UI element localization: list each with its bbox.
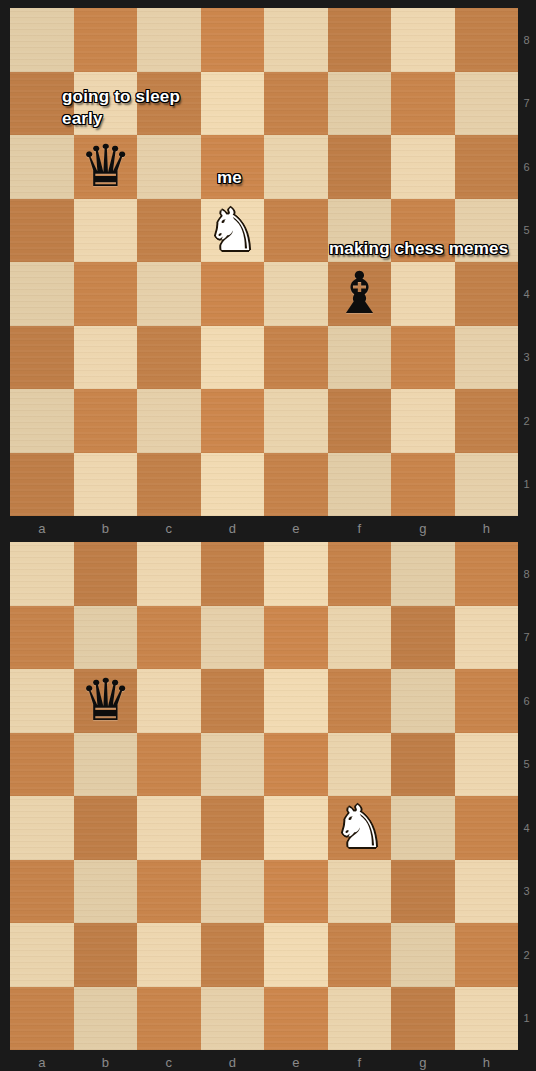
square-g2[interactable] [391,389,455,453]
square-e7[interactable] [264,606,328,670]
rank-label-3: 3 [517,326,536,390]
square-a3[interactable] [10,326,74,390]
white-knight-f4[interactable]: ♞ [328,795,392,859]
square-d2[interactable] [201,923,265,987]
square-h3[interactable] [455,326,519,390]
meme-caption-top-2: making chess memes [329,238,529,260]
file-label-h: h [455,518,519,542]
chess-board-top [10,8,518,516]
square-g8[interactable] [391,8,455,72]
square-a6[interactable] [10,669,74,733]
square-f3[interactable] [328,326,392,390]
square-h2[interactable] [455,923,519,987]
file-label-g: g [391,518,455,542]
square-c4[interactable] [137,796,201,860]
square-b7[interactable] [74,606,138,670]
square-d6[interactable] [201,669,265,733]
square-c6[interactable] [137,135,201,199]
file-label-d: d [201,1052,265,1071]
square-e1[interactable] [264,987,328,1051]
square-f2[interactable] [328,389,392,453]
square-g5[interactable] [391,733,455,797]
rank-label-6: 6 [517,669,536,733]
file-label-f: f [328,1052,392,1071]
square-d5[interactable] [201,733,265,797]
rank-label-2: 2 [517,923,536,987]
file-coordinates-top: abcdefgh [10,518,518,542]
square-d4[interactable] [201,796,265,860]
square-b1[interactable] [74,987,138,1051]
square-e3[interactable] [264,860,328,924]
rank-label-2: 2 [517,389,536,453]
square-e5[interactable] [264,199,328,263]
square-a2[interactable] [10,923,74,987]
square-b4[interactable] [74,262,138,326]
file-label-a: a [10,1052,74,1071]
file-label-a: a [10,518,74,542]
rank-label-1: 1 [517,987,536,1051]
square-b3[interactable] [74,326,138,390]
square-e8[interactable] [264,8,328,72]
square-a8[interactable] [10,8,74,72]
square-g3[interactable] [391,326,455,390]
square-b5[interactable] [74,199,138,263]
rank-label-4: 4 [517,262,536,326]
square-h3[interactable] [455,860,519,924]
square-e4[interactable] [264,796,328,860]
square-f1[interactable] [328,987,392,1051]
square-a1[interactable] [10,453,74,517]
square-h8[interactable] [455,542,519,606]
file-label-d: d [201,518,265,542]
square-g1[interactable] [391,453,455,517]
square-h6[interactable] [455,135,519,199]
square-f6[interactable] [328,669,392,733]
square-a2[interactable] [10,389,74,453]
file-label-h: h [455,1052,519,1071]
square-c5[interactable] [137,199,201,263]
square-e7[interactable] [264,72,328,136]
black-queen-b6[interactable]: ♛ [74,134,138,198]
square-g8[interactable] [391,542,455,606]
file-label-e: e [264,1052,328,1071]
square-c2[interactable] [137,389,201,453]
square-e8[interactable] [264,542,328,606]
square-h1[interactable] [455,453,519,517]
square-a6[interactable] [10,135,74,199]
rank-label-7: 7 [517,606,536,670]
black-bishop-f4[interactable]: ♝ [328,261,392,325]
square-b3[interactable] [74,860,138,924]
square-d3[interactable] [201,326,265,390]
square-e6[interactable] [264,669,328,733]
square-d8[interactable] [201,8,265,72]
square-c8[interactable] [137,542,201,606]
square-h7[interactable] [455,606,519,670]
file-coordinates-bottom: abcdefgh [10,1052,518,1071]
square-g7[interactable] [391,606,455,670]
square-d2[interactable] [201,389,265,453]
square-g6[interactable] [391,669,455,733]
square-g3[interactable] [391,860,455,924]
square-h7[interactable] [455,72,519,136]
square-c8[interactable] [137,8,201,72]
rank-label-3: 3 [517,860,536,924]
square-e1[interactable] [264,453,328,517]
square-b5[interactable] [74,733,138,797]
square-a5[interactable] [10,199,74,263]
square-f7[interactable] [328,606,392,670]
square-d1[interactable] [201,453,265,517]
meme-caption-top-1: me [217,167,277,189]
square-c1[interactable] [137,453,201,517]
square-g1[interactable] [391,987,455,1051]
square-g4[interactable] [391,262,455,326]
square-d7[interactable] [201,606,265,670]
square-e2[interactable] [264,923,328,987]
square-c1[interactable] [137,987,201,1051]
square-d4[interactable] [201,262,265,326]
square-b8[interactable] [74,542,138,606]
square-c3[interactable] [137,326,201,390]
file-label-c: c [137,1052,201,1071]
square-e3[interactable] [264,326,328,390]
square-c4[interactable] [137,262,201,326]
square-f5[interactable] [328,733,392,797]
rank-coordinates-bottom: 87654321 [517,542,536,1050]
square-a4[interactable] [10,796,74,860]
file-label-c: c [137,518,201,542]
rank-label-5: 5 [517,733,536,797]
square-h8[interactable] [455,8,519,72]
square-c7[interactable] [137,606,201,670]
square-b2[interactable] [74,389,138,453]
square-f8[interactable] [328,8,392,72]
chess-board-bottom [10,542,518,1050]
rank-label-8: 8 [517,8,536,72]
square-g2[interactable] [391,923,455,987]
square-c3[interactable] [137,860,201,924]
rank-label-1: 1 [517,453,536,517]
square-a8[interactable] [10,542,74,606]
square-g6[interactable] [391,135,455,199]
square-c5[interactable] [137,733,201,797]
file-label-e: e [264,518,328,542]
square-b2[interactable] [74,923,138,987]
square-a5[interactable] [10,733,74,797]
square-f1[interactable] [328,453,392,517]
square-f3[interactable] [328,860,392,924]
square-h2[interactable] [455,389,519,453]
square-b1[interactable] [74,453,138,517]
rank-label-7: 7 [517,72,536,136]
square-d7[interactable] [201,72,265,136]
square-f6[interactable] [328,135,392,199]
rank-coordinates-top: 87654321 [517,8,536,516]
square-g7[interactable] [391,72,455,136]
square-b8[interactable] [74,8,138,72]
square-d3[interactable] [201,860,265,924]
square-e4[interactable] [264,262,328,326]
black-queen-b6[interactable]: ♛ [74,668,138,732]
rank-label-4: 4 [517,796,536,860]
rank-label-6: 6 [517,135,536,199]
file-label-b: b [74,518,138,542]
square-c2[interactable] [137,923,201,987]
square-d8[interactable] [201,542,265,606]
square-d1[interactable] [201,987,265,1051]
square-h1[interactable] [455,987,519,1051]
square-c6[interactable] [137,669,201,733]
square-b4[interactable] [74,796,138,860]
square-a1[interactable] [10,987,74,1051]
square-g4[interactable] [391,796,455,860]
square-h6[interactable] [455,669,519,733]
square-a3[interactable] [10,860,74,924]
square-a7[interactable] [10,606,74,670]
white-knight-d5[interactable]: ♞ [201,198,265,262]
square-e5[interactable] [264,733,328,797]
chess-meme-image: ♛♞♝abcdefgh87654321going to sleep earlym… [0,0,536,1071]
square-f7[interactable] [328,72,392,136]
file-label-f: f [328,518,392,542]
square-h4[interactable] [455,262,519,326]
square-h4[interactable] [455,796,519,860]
file-label-b: b [74,1052,138,1071]
file-label-g: g [391,1052,455,1071]
square-e2[interactable] [264,389,328,453]
rank-label-8: 8 [517,542,536,606]
square-h5[interactable] [455,733,519,797]
meme-caption-top-0: going to sleep early [62,86,202,130]
square-f8[interactable] [328,542,392,606]
square-f2[interactable] [328,923,392,987]
square-a4[interactable] [10,262,74,326]
